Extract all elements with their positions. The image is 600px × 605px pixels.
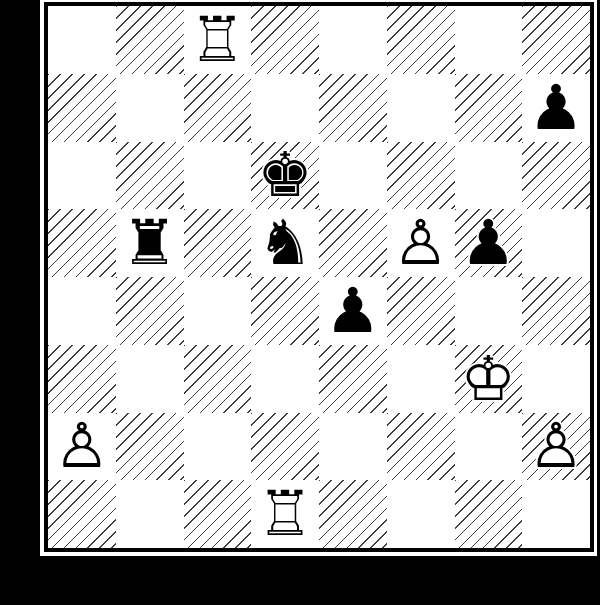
square-h3[interactable] — [522, 345, 590, 413]
square-a6[interactable] — [48, 142, 116, 210]
pawn-outline-glyph: ♙ — [387, 209, 455, 277]
square-e2[interactable] — [319, 413, 387, 481]
square-b1[interactable] — [116, 480, 184, 548]
piece-black-pawn[interactable]: ♟︎ — [455, 209, 523, 277]
square-c4[interactable] — [184, 277, 252, 345]
square-h7[interactable]: ♟︎ — [522, 74, 590, 142]
square-g4[interactable] — [455, 277, 523, 345]
pawn-glyph: ♟︎ — [319, 277, 387, 345]
piece-black-pawn[interactable]: ♟︎ — [522, 74, 590, 142]
square-h1[interactable] — [522, 480, 590, 548]
square-h4[interactable] — [522, 277, 590, 345]
square-e1[interactable] — [319, 480, 387, 548]
square-f3[interactable] — [387, 345, 455, 413]
square-c3[interactable] — [184, 345, 252, 413]
board-panel: ♜︎♖♟︎♚︎♜︎♞︎♟︎♙♟︎♟︎♚︎♔♟︎♙♟︎♙♜︎♖ — [40, 0, 597, 556]
piece-white-pawn[interactable]: ♟︎♙ — [522, 413, 590, 481]
square-h6[interactable] — [522, 142, 590, 210]
square-d1[interactable]: ♜︎♖ — [251, 480, 319, 548]
square-c1[interactable] — [184, 480, 252, 548]
square-d5[interactable]: ♞︎ — [251, 209, 319, 277]
square-a4[interactable] — [48, 277, 116, 345]
piece-white-rook[interactable]: ♜︎♖ — [184, 6, 252, 74]
square-d8[interactable] — [251, 6, 319, 74]
square-f2[interactable] — [387, 413, 455, 481]
square-b8[interactable] — [116, 6, 184, 74]
square-f5[interactable]: ♟︎♙ — [387, 209, 455, 277]
square-d3[interactable] — [251, 345, 319, 413]
piece-black-rook[interactable]: ♜︎ — [116, 209, 184, 277]
square-e5[interactable] — [319, 209, 387, 277]
piece-white-pawn[interactable]: ♟︎♙ — [48, 413, 116, 481]
piece-black-knight[interactable]: ♞︎ — [251, 209, 319, 277]
square-a7[interactable] — [48, 74, 116, 142]
knight-glyph: ♞︎ — [251, 209, 319, 277]
square-d4[interactable] — [251, 277, 319, 345]
square-b7[interactable] — [116, 74, 184, 142]
square-c6[interactable] — [184, 142, 252, 210]
square-e7[interactable] — [319, 74, 387, 142]
square-e8[interactable] — [319, 6, 387, 74]
king-glyph: ♚︎ — [251, 142, 319, 210]
rook-outline-glyph: ♖ — [184, 6, 252, 74]
square-c8[interactable]: ♜︎♖ — [184, 6, 252, 74]
square-f1[interactable] — [387, 480, 455, 548]
pawn-outline-glyph: ♙ — [522, 413, 590, 481]
rook-glyph: ♜︎ — [116, 209, 184, 277]
square-c7[interactable] — [184, 74, 252, 142]
chess-board: ♜︎♖♟︎♚︎♜︎♞︎♟︎♙♟︎♟︎♚︎♔♟︎♙♟︎♙♜︎♖ — [44, 2, 594, 552]
square-h5[interactable] — [522, 209, 590, 277]
pawn-outline-glyph: ♙ — [48, 413, 116, 481]
piece-white-pawn[interactable]: ♟︎♙ — [387, 209, 455, 277]
square-b3[interactable] — [116, 345, 184, 413]
square-d6[interactable]: ♚︎ — [251, 142, 319, 210]
square-a5[interactable] — [48, 209, 116, 277]
square-c5[interactable] — [184, 209, 252, 277]
rook-outline-glyph: ♖ — [251, 480, 319, 548]
square-g2[interactable] — [455, 413, 523, 481]
piece-white-king[interactable]: ♚︎♔ — [455, 345, 523, 413]
square-h2[interactable]: ♟︎♙ — [522, 413, 590, 481]
square-g5[interactable]: ♟︎ — [455, 209, 523, 277]
square-b6[interactable] — [116, 142, 184, 210]
square-f4[interactable] — [387, 277, 455, 345]
square-e6[interactable] — [319, 142, 387, 210]
piece-white-rook[interactable]: ♜︎♖ — [251, 480, 319, 548]
square-b2[interactable] — [116, 413, 184, 481]
square-e3[interactable] — [319, 345, 387, 413]
diagram-canvas: ♜︎♖♟︎♚︎♜︎♞︎♟︎♙♟︎♟︎♚︎♔♟︎♙♟︎♙♜︎♖ — [0, 0, 600, 605]
piece-black-pawn[interactable]: ♟︎ — [319, 277, 387, 345]
square-b5[interactable]: ♜︎ — [116, 209, 184, 277]
square-d2[interactable] — [251, 413, 319, 481]
square-d7[interactable] — [251, 74, 319, 142]
pawn-glyph: ♟︎ — [522, 74, 590, 142]
square-h8[interactable] — [522, 6, 590, 74]
square-g1[interactable] — [455, 480, 523, 548]
square-f6[interactable] — [387, 142, 455, 210]
square-a2[interactable]: ♟︎♙ — [48, 413, 116, 481]
square-g7[interactable] — [455, 74, 523, 142]
square-a1[interactable] — [48, 480, 116, 548]
square-c2[interactable] — [184, 413, 252, 481]
square-g3[interactable]: ♚︎♔ — [455, 345, 523, 413]
square-e4[interactable]: ♟︎ — [319, 277, 387, 345]
pawn-glyph: ♟︎ — [455, 209, 523, 277]
square-f7[interactable] — [387, 74, 455, 142]
piece-black-king[interactable]: ♚︎ — [251, 142, 319, 210]
square-f8[interactable] — [387, 6, 455, 74]
king-outline-glyph: ♔ — [455, 345, 523, 413]
square-a8[interactable] — [48, 6, 116, 74]
square-a3[interactable] — [48, 345, 116, 413]
square-b4[interactable] — [116, 277, 184, 345]
square-g8[interactable] — [455, 6, 523, 74]
square-g6[interactable] — [455, 142, 523, 210]
